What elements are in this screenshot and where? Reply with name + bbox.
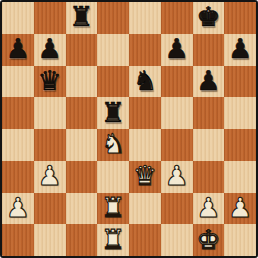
square-d6[interactable]: [97, 66, 129, 98]
square-e6[interactable]: ♞: [129, 66, 161, 98]
square-a2[interactable]: ♟: [2, 193, 34, 225]
piece-white-king-g1[interactable]: ♚: [196, 226, 220, 253]
square-c3[interactable]: [66, 161, 98, 193]
square-g7[interactable]: [193, 34, 225, 66]
square-e2[interactable]: [129, 193, 161, 225]
square-b6[interactable]: ♛: [34, 66, 66, 98]
square-f8[interactable]: [161, 2, 193, 34]
piece-black-queen-b6[interactable]: ♛: [38, 67, 62, 94]
square-c2[interactable]: [66, 193, 98, 225]
square-d5[interactable]: ♜: [97, 97, 129, 129]
piece-white-knight-d4[interactable]: ♞: [101, 130, 125, 157]
square-b3[interactable]: ♟: [34, 161, 66, 193]
square-g1[interactable]: ♚: [193, 224, 225, 256]
chess-board: ♜♚♟♟♟♟♛♞♟♜♞♟♛♟♟♜♟♟♜♚: [2, 2, 256, 256]
square-c1[interactable]: [66, 224, 98, 256]
piece-black-rook-c8[interactable]: ♜: [69, 3, 93, 30]
piece-white-rook-d1[interactable]: ♜: [101, 226, 125, 253]
square-b7[interactable]: ♟: [34, 34, 66, 66]
chess-board-frame: ♜♚♟♟♟♟♛♞♟♜♞♟♛♟♟♜♟♟♜♚: [0, 0, 258, 258]
square-h2[interactable]: ♟: [224, 193, 256, 225]
square-e5[interactable]: [129, 97, 161, 129]
square-g6[interactable]: ♟: [193, 66, 225, 98]
square-e1[interactable]: [129, 224, 161, 256]
square-c5[interactable]: [66, 97, 98, 129]
square-a4[interactable]: [2, 129, 34, 161]
square-c7[interactable]: [66, 34, 98, 66]
piece-black-king-g8[interactable]: ♚: [196, 3, 220, 30]
square-f1[interactable]: [161, 224, 193, 256]
piece-white-pawn-g2[interactable]: ♟: [196, 194, 220, 221]
square-f6[interactable]: [161, 66, 193, 98]
square-c6[interactable]: [66, 66, 98, 98]
square-d8[interactable]: [97, 2, 129, 34]
square-f5[interactable]: [161, 97, 193, 129]
square-f2[interactable]: [161, 193, 193, 225]
piece-white-pawn-b3[interactable]: ♟: [38, 162, 62, 189]
piece-black-rook-d5[interactable]: ♜: [101, 99, 125, 126]
square-b2[interactable]: [34, 193, 66, 225]
square-b4[interactable]: [34, 129, 66, 161]
piece-white-pawn-f3[interactable]: ♟: [165, 162, 189, 189]
square-g2[interactable]: ♟: [193, 193, 225, 225]
square-h1[interactable]: [224, 224, 256, 256]
square-a3[interactable]: [2, 161, 34, 193]
square-f7[interactable]: ♟: [161, 34, 193, 66]
square-f3[interactable]: ♟: [161, 161, 193, 193]
piece-black-pawn-f7[interactable]: ♟: [165, 35, 189, 62]
square-g3[interactable]: [193, 161, 225, 193]
square-g4[interactable]: [193, 129, 225, 161]
square-b1[interactable]: [34, 224, 66, 256]
piece-white-pawn-h2[interactable]: ♟: [228, 194, 252, 221]
square-c8[interactable]: ♜: [66, 2, 98, 34]
piece-black-pawn-g6[interactable]: ♟: [196, 67, 220, 94]
square-c4[interactable]: [66, 129, 98, 161]
square-e7[interactable]: [129, 34, 161, 66]
square-b8[interactable]: [34, 2, 66, 34]
square-h4[interactable]: [224, 129, 256, 161]
piece-black-pawn-b7[interactable]: ♟: [38, 35, 62, 62]
square-a5[interactable]: [2, 97, 34, 129]
square-h3[interactable]: [224, 161, 256, 193]
square-a6[interactable]: [2, 66, 34, 98]
square-b5[interactable]: [34, 97, 66, 129]
square-d1[interactable]: ♜: [97, 224, 129, 256]
square-a7[interactable]: ♟: [2, 34, 34, 66]
square-g5[interactable]: [193, 97, 225, 129]
square-g8[interactable]: ♚: [193, 2, 225, 34]
square-h5[interactable]: [224, 97, 256, 129]
piece-white-rook-d2[interactable]: ♜: [101, 194, 125, 221]
square-e8[interactable]: [129, 2, 161, 34]
piece-white-pawn-a2[interactable]: ♟: [6, 194, 30, 221]
square-a1[interactable]: [2, 224, 34, 256]
square-a8[interactable]: [2, 2, 34, 34]
piece-black-pawn-a7[interactable]: ♟: [6, 35, 30, 62]
square-e3[interactable]: ♛: [129, 161, 161, 193]
piece-black-pawn-h7[interactable]: ♟: [228, 35, 252, 62]
square-d7[interactable]: [97, 34, 129, 66]
square-h6[interactable]: [224, 66, 256, 98]
square-f4[interactable]: [161, 129, 193, 161]
piece-black-knight-e6[interactable]: ♞: [133, 67, 157, 94]
piece-white-queen-e3[interactable]: ♛: [133, 162, 157, 189]
square-d2[interactable]: ♜: [97, 193, 129, 225]
square-d3[interactable]: [97, 161, 129, 193]
square-e4[interactable]: [129, 129, 161, 161]
square-h8[interactable]: [224, 2, 256, 34]
square-h7[interactable]: ♟: [224, 34, 256, 66]
square-d4[interactable]: ♞: [97, 129, 129, 161]
